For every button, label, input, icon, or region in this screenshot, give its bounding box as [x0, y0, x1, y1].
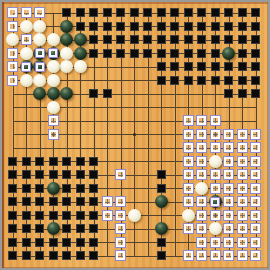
intersection[interactable]: [127, 100, 141, 114]
intersection[interactable]: [181, 87, 195, 101]
intersection[interactable]: [154, 195, 168, 209]
intersection[interactable]: [87, 195, 101, 209]
white-stone[interactable]: [6, 33, 19, 46]
intersection[interactable]: [100, 87, 114, 101]
intersection[interactable]: [73, 46, 87, 60]
intersection[interactable]: [46, 46, 60, 60]
intersection[interactable]: [6, 141, 20, 155]
intersection[interactable]: [208, 60, 222, 74]
black-stone[interactable]: [74, 33, 87, 46]
intersection[interactable]: [33, 6, 47, 20]
intersection[interactable]: [60, 100, 74, 114]
white-stone[interactable]: [47, 33, 60, 46]
intersection[interactable]: [114, 208, 128, 222]
intersection[interactable]: [33, 87, 47, 101]
intersection[interactable]: [181, 195, 195, 209]
intersection[interactable]: [181, 235, 195, 249]
dead-black-stone[interactable]: [209, 195, 222, 208]
intersection[interactable]: [19, 87, 33, 101]
intersection[interactable]: [60, 141, 74, 155]
intersection[interactable]: [181, 249, 195, 263]
black-stone[interactable]: [47, 87, 60, 100]
black-stone[interactable]: [74, 47, 87, 60]
intersection[interactable]: [100, 168, 114, 182]
white-stone[interactable]: [20, 47, 33, 60]
intersection[interactable]: [33, 249, 47, 263]
intersection[interactable]: [127, 114, 141, 128]
intersection[interactable]: [46, 195, 60, 209]
intersection[interactable]: [181, 33, 195, 47]
intersection[interactable]: [87, 46, 101, 60]
intersection[interactable]: [73, 249, 87, 263]
intersection[interactable]: [208, 181, 222, 195]
intersection[interactable]: [127, 168, 141, 182]
intersection[interactable]: [87, 249, 101, 263]
intersection[interactable]: [235, 33, 249, 47]
intersection[interactable]: [249, 168, 263, 182]
intersection[interactable]: [87, 19, 101, 33]
intersection[interactable]: [100, 222, 114, 236]
intersection[interactable]: [127, 141, 141, 155]
intersection[interactable]: [60, 181, 74, 195]
intersection[interactable]: [127, 127, 141, 141]
intersection[interactable]: [154, 6, 168, 20]
intersection[interactable]: [181, 127, 195, 141]
intersection[interactable]: [114, 100, 128, 114]
intersection[interactable]: [100, 141, 114, 155]
intersection[interactable]: [168, 114, 182, 128]
intersection[interactable]: [195, 33, 209, 47]
intersection[interactable]: [60, 235, 74, 249]
intersection[interactable]: [33, 100, 47, 114]
intersection[interactable]: [46, 154, 60, 168]
white-stone[interactable]: [74, 60, 87, 73]
intersection[interactable]: [73, 154, 87, 168]
intersection[interactable]: [235, 6, 249, 20]
intersection[interactable]: [100, 181, 114, 195]
intersection[interactable]: [181, 6, 195, 20]
intersection[interactable]: [154, 46, 168, 60]
intersection[interactable]: [6, 249, 20, 263]
intersection[interactable]: [46, 114, 60, 128]
intersection[interactable]: [195, 73, 209, 87]
intersection[interactable]: [46, 181, 60, 195]
intersection[interactable]: [249, 100, 263, 114]
intersection[interactable]: [19, 249, 33, 263]
intersection[interactable]: [195, 60, 209, 74]
intersection[interactable]: [168, 33, 182, 47]
intersection[interactable]: [87, 33, 101, 47]
intersection[interactable]: [19, 181, 33, 195]
intersection[interactable]: [222, 100, 236, 114]
black-stone[interactable]: [60, 87, 73, 100]
intersection[interactable]: [249, 19, 263, 33]
intersection[interactable]: [154, 87, 168, 101]
intersection[interactable]: [19, 73, 33, 87]
intersection[interactable]: [19, 6, 33, 20]
intersection[interactable]: [141, 60, 155, 74]
intersection[interactable]: [222, 168, 236, 182]
intersection[interactable]: [127, 33, 141, 47]
black-stone[interactable]: [47, 222, 60, 235]
intersection[interactable]: [73, 208, 87, 222]
white-stone[interactable]: [209, 222, 222, 235]
intersection[interactable]: [195, 46, 209, 60]
intersection[interactable]: [195, 181, 209, 195]
intersection[interactable]: [87, 60, 101, 74]
intersection[interactable]: [19, 222, 33, 236]
intersection[interactable]: [222, 181, 236, 195]
white-stone[interactable]: [47, 101, 60, 114]
intersection[interactable]: [181, 100, 195, 114]
intersection[interactable]: [208, 141, 222, 155]
intersection[interactable]: [249, 127, 263, 141]
intersection[interactable]: [73, 33, 87, 47]
black-stone[interactable]: [60, 33, 73, 46]
intersection[interactable]: [6, 222, 20, 236]
intersection[interactable]: [195, 235, 209, 249]
intersection[interactable]: [6, 181, 20, 195]
intersection[interactable]: [141, 181, 155, 195]
intersection[interactable]: [208, 222, 222, 236]
intersection[interactable]: [141, 141, 155, 155]
intersection[interactable]: [168, 127, 182, 141]
intersection[interactable]: [6, 114, 20, 128]
intersection[interactable]: [208, 6, 222, 20]
intersection[interactable]: [181, 114, 195, 128]
intersection[interactable]: [222, 33, 236, 47]
intersection[interactable]: [6, 100, 20, 114]
intersection[interactable]: [100, 19, 114, 33]
intersection[interactable]: [127, 222, 141, 236]
intersection[interactable]: [87, 208, 101, 222]
intersection[interactable]: [114, 222, 128, 236]
white-stone[interactable]: [60, 47, 73, 60]
intersection[interactable]: [235, 208, 249, 222]
intersection[interactable]: [195, 208, 209, 222]
intersection[interactable]: [87, 127, 101, 141]
intersection[interactable]: [6, 154, 20, 168]
intersection[interactable]: [154, 73, 168, 87]
intersection[interactable]: [19, 60, 33, 74]
intersection[interactable]: [141, 168, 155, 182]
intersection[interactable]: [114, 154, 128, 168]
intersection[interactable]: [141, 249, 155, 263]
intersection[interactable]: [235, 73, 249, 87]
intersection[interactable]: [100, 60, 114, 74]
intersection[interactable]: [19, 127, 33, 141]
intersection[interactable]: [46, 33, 60, 47]
intersection[interactable]: [154, 154, 168, 168]
intersection[interactable]: [235, 195, 249, 209]
intersection[interactable]: [114, 181, 128, 195]
intersection[interactable]: [87, 100, 101, 114]
intersection[interactable]: [208, 19, 222, 33]
go-board[interactable]: [2, 2, 268, 268]
intersection[interactable]: [141, 6, 155, 20]
intersection[interactable]: [73, 168, 87, 182]
intersection[interactable]: [114, 19, 128, 33]
intersection[interactable]: [33, 127, 47, 141]
intersection[interactable]: [33, 33, 47, 47]
intersection[interactable]: [235, 46, 249, 60]
intersection[interactable]: [33, 154, 47, 168]
intersection[interactable]: [208, 208, 222, 222]
intersection[interactable]: [235, 181, 249, 195]
intersection[interactable]: [114, 235, 128, 249]
intersection[interactable]: [222, 73, 236, 87]
intersection[interactable]: [181, 181, 195, 195]
intersection[interactable]: [73, 235, 87, 249]
intersection[interactable]: [208, 33, 222, 47]
intersection[interactable]: [114, 114, 128, 128]
intersection[interactable]: [222, 114, 236, 128]
intersection[interactable]: [168, 168, 182, 182]
intersection[interactable]: [87, 154, 101, 168]
intersection[interactable]: [87, 235, 101, 249]
intersection[interactable]: [222, 249, 236, 263]
intersection[interactable]: [249, 33, 263, 47]
intersection[interactable]: [235, 114, 249, 128]
white-stone[interactable]: [60, 60, 73, 73]
intersection[interactable]: [114, 87, 128, 101]
intersection[interactable]: [60, 127, 74, 141]
intersection[interactable]: [222, 46, 236, 60]
intersection[interactable]: [73, 73, 87, 87]
intersection[interactable]: [235, 100, 249, 114]
intersection[interactable]: [33, 235, 47, 249]
intersection[interactable]: [154, 127, 168, 141]
intersection[interactable]: [168, 195, 182, 209]
intersection[interactable]: [33, 181, 47, 195]
intersection[interactable]: [114, 195, 128, 209]
intersection[interactable]: [168, 208, 182, 222]
intersection[interactable]: [100, 100, 114, 114]
intersection[interactable]: [33, 46, 47, 60]
intersection[interactable]: [73, 100, 87, 114]
intersection[interactable]: [168, 19, 182, 33]
white-stone[interactable]: [47, 60, 60, 73]
intersection[interactable]: [222, 127, 236, 141]
intersection[interactable]: [87, 87, 101, 101]
intersection[interactable]: [154, 181, 168, 195]
white-stone[interactable]: [33, 33, 46, 46]
intersection[interactable]: [208, 168, 222, 182]
intersection[interactable]: [127, 73, 141, 87]
intersection[interactable]: [33, 114, 47, 128]
intersection[interactable]: [141, 73, 155, 87]
intersection[interactable]: [208, 87, 222, 101]
intersection[interactable]: [208, 73, 222, 87]
intersection[interactable]: [222, 6, 236, 20]
intersection[interactable]: [100, 208, 114, 222]
intersection[interactable]: [208, 114, 222, 128]
intersection[interactable]: [100, 6, 114, 20]
intersection[interactable]: [195, 222, 209, 236]
intersection[interactable]: [6, 127, 20, 141]
intersection[interactable]: [235, 168, 249, 182]
intersection[interactable]: [222, 19, 236, 33]
intersection[interactable]: [154, 60, 168, 74]
intersection[interactable]: [73, 222, 87, 236]
intersection[interactable]: [208, 46, 222, 60]
intersection[interactable]: [249, 235, 263, 249]
intersection[interactable]: [33, 60, 47, 74]
intersection[interactable]: [208, 249, 222, 263]
intersection[interactable]: [46, 73, 60, 87]
intersection[interactable]: [195, 114, 209, 128]
white-stone[interactable]: [20, 74, 33, 87]
black-stone[interactable]: [47, 182, 60, 195]
intersection[interactable]: [154, 100, 168, 114]
intersection[interactable]: [100, 249, 114, 263]
intersection[interactable]: [168, 73, 182, 87]
intersection[interactable]: [235, 141, 249, 155]
intersection[interactable]: [168, 6, 182, 20]
intersection[interactable]: [73, 141, 87, 155]
intersection[interactable]: [208, 195, 222, 209]
intersection[interactable]: [208, 235, 222, 249]
intersection[interactable]: [222, 141, 236, 155]
intersection[interactable]: [6, 235, 20, 249]
intersection[interactable]: [114, 73, 128, 87]
intersection[interactable]: [249, 208, 263, 222]
intersection[interactable]: [141, 195, 155, 209]
intersection[interactable]: [141, 33, 155, 47]
intersection[interactable]: [46, 60, 60, 74]
intersection[interactable]: [249, 87, 263, 101]
intersection[interactable]: [100, 33, 114, 47]
intersection[interactable]: [114, 141, 128, 155]
intersection[interactable]: [141, 235, 155, 249]
intersection[interactable]: [19, 168, 33, 182]
intersection[interactable]: [249, 141, 263, 155]
intersection[interactable]: [46, 6, 60, 20]
intersection[interactable]: [235, 222, 249, 236]
intersection[interactable]: [141, 154, 155, 168]
intersection[interactable]: [87, 114, 101, 128]
intersection[interactable]: [195, 19, 209, 33]
intersection[interactable]: [60, 249, 74, 263]
intersection[interactable]: [141, 87, 155, 101]
intersection[interactable]: [60, 208, 74, 222]
intersection[interactable]: [181, 208, 195, 222]
intersection[interactable]: [168, 46, 182, 60]
intersection[interactable]: [46, 208, 60, 222]
intersection[interactable]: [181, 19, 195, 33]
intersection[interactable]: [19, 114, 33, 128]
intersection[interactable]: [60, 33, 74, 47]
intersection[interactable]: [6, 73, 20, 87]
intersection[interactable]: [168, 87, 182, 101]
intersection[interactable]: [87, 181, 101, 195]
intersection[interactable]: [46, 100, 60, 114]
black-stone[interactable]: [60, 20, 73, 33]
intersection[interactable]: [100, 46, 114, 60]
intersection[interactable]: [154, 222, 168, 236]
intersection[interactable]: [19, 208, 33, 222]
intersection[interactable]: [6, 208, 20, 222]
intersection[interactable]: [46, 249, 60, 263]
intersection[interactable]: [46, 87, 60, 101]
intersection[interactable]: [60, 6, 74, 20]
intersection[interactable]: [141, 222, 155, 236]
intersection[interactable]: [6, 60, 20, 74]
black-stone[interactable]: [155, 222, 168, 235]
intersection[interactable]: [6, 46, 20, 60]
intersection[interactable]: [6, 168, 20, 182]
intersection[interactable]: [222, 154, 236, 168]
intersection[interactable]: [181, 73, 195, 87]
intersection[interactable]: [249, 73, 263, 87]
intersection[interactable]: [6, 6, 20, 20]
intersection[interactable]: [195, 168, 209, 182]
intersection[interactable]: [249, 195, 263, 209]
intersection[interactable]: [33, 168, 47, 182]
intersection[interactable]: [249, 222, 263, 236]
intersection[interactable]: [154, 141, 168, 155]
intersection[interactable]: [73, 114, 87, 128]
intersection[interactable]: [154, 168, 168, 182]
intersection[interactable]: [87, 222, 101, 236]
intersection[interactable]: [100, 235, 114, 249]
white-stone[interactable]: [20, 20, 33, 33]
intersection[interactable]: [222, 208, 236, 222]
intersection[interactable]: [73, 127, 87, 141]
intersection[interactable]: [154, 208, 168, 222]
intersection[interactable]: [127, 195, 141, 209]
intersection[interactable]: [208, 127, 222, 141]
intersection[interactable]: [19, 154, 33, 168]
intersection[interactable]: [235, 60, 249, 74]
intersection[interactable]: [181, 154, 195, 168]
intersection[interactable]: [127, 87, 141, 101]
intersection[interactable]: [100, 73, 114, 87]
intersection[interactable]: [222, 222, 236, 236]
intersection[interactable]: [73, 19, 87, 33]
white-stone[interactable]: [33, 74, 46, 87]
intersection[interactable]: [249, 46, 263, 60]
intersection[interactable]: [46, 168, 60, 182]
intersection[interactable]: [141, 19, 155, 33]
intersection[interactable]: [235, 154, 249, 168]
intersection[interactable]: [195, 6, 209, 20]
intersection[interactable]: [60, 154, 74, 168]
intersection[interactable]: [195, 100, 209, 114]
intersection[interactable]: [141, 100, 155, 114]
intersection[interactable]: [100, 154, 114, 168]
intersection[interactable]: [222, 235, 236, 249]
intersection[interactable]: [154, 249, 168, 263]
intersection[interactable]: [114, 60, 128, 74]
intersection[interactable]: [235, 235, 249, 249]
intersection[interactable]: [127, 208, 141, 222]
dead-black-stone[interactable]: [33, 60, 46, 73]
white-stone[interactable]: [182, 209, 195, 222]
dead-black-stone[interactable]: [33, 47, 46, 60]
intersection[interactable]: [6, 19, 20, 33]
white-stone[interactable]: [47, 74, 60, 87]
intersection[interactable]: [154, 114, 168, 128]
intersection[interactable]: [127, 19, 141, 33]
intersection[interactable]: [100, 114, 114, 128]
intersection[interactable]: [208, 100, 222, 114]
intersection[interactable]: [114, 33, 128, 47]
intersection[interactable]: [19, 46, 33, 60]
intersection[interactable]: [168, 60, 182, 74]
intersection[interactable]: [46, 19, 60, 33]
intersection[interactable]: [60, 46, 74, 60]
